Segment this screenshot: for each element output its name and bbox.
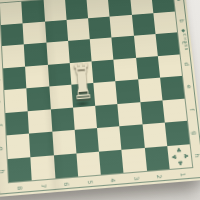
square-b5	[66, 18, 89, 41]
square-g5	[74, 128, 98, 153]
square-a4	[86, 0, 109, 18]
square-e5: ♜	[71, 83, 95, 107]
square-d6	[47, 63, 71, 87]
rank-label-bottom-1: 1	[176, 162, 188, 186]
square-g3	[120, 124, 145, 149]
square-f7	[28, 109, 52, 134]
square-e3	[116, 79, 140, 103]
square-g2	[142, 123, 167, 148]
square-f2	[140, 100, 165, 124]
square-f4	[95, 104, 119, 129]
square-d2	[136, 56, 160, 80]
square-b3	[110, 14, 134, 37]
rank-label-bottom-7: 7	[38, 173, 49, 198]
square-g7	[29, 132, 53, 157]
file-label-left-b: b	[0, 30, 7, 40]
square-c4	[90, 37, 114, 60]
club-glyph: ♣	[176, 147, 182, 154]
square-c7	[24, 43, 47, 67]
rank-label-bottom-6: 6	[61, 172, 72, 197]
square-a6	[43, 0, 66, 21]
square-e2	[138, 78, 162, 102]
square-g4	[97, 126, 122, 151]
rank-label-bottom-8: 8	[15, 175, 26, 200]
square-a5	[65, 0, 88, 19]
square-f6	[50, 107, 74, 132]
square-a7	[22, 0, 45, 23]
diamond-logo-icon: ◆	[181, 28, 185, 33]
file-label-left-f: f	[0, 119, 12, 130]
square-d7	[25, 64, 49, 88]
square-c2	[133, 34, 157, 57]
square-d3	[114, 57, 138, 81]
square-b4	[88, 16, 112, 39]
brand-mark: ◆ CHESS	[178, 28, 190, 52]
square-e6	[49, 85, 73, 109]
square-e7	[27, 86, 51, 110]
file-label-right-a: a	[168, 0, 191, 4]
square-e4	[93, 81, 117, 105]
file-label-right-d: d	[175, 59, 199, 70]
white-rook-piece: ♜	[70, 57, 95, 107]
square-c6	[46, 41, 70, 64]
square-d4	[92, 59, 116, 83]
file-label-left-g: g	[0, 142, 13, 153]
board-grid: ♜♣♣♣♣	[0, 0, 193, 183]
file-label-right-b: b	[170, 15, 193, 25]
square-b7	[23, 21, 46, 44]
file-label-right-e: e	[177, 81, 200, 92]
file-label-right-h: h	[185, 150, 200, 161]
square-b6	[45, 19, 68, 42]
square-g6	[52, 130, 76, 155]
table-cloth-background: ♜♣♣♣♣ abcdefgh abcdefgh 87654321 ◆ CHESS	[0, 0, 200, 200]
chess-board: ♜♣♣♣♣ abcdefgh abcdefgh 87654321 ◆ CHESS	[0, 0, 200, 197]
square-c3	[112, 36, 136, 59]
rank-label-bottom-5: 5	[84, 170, 95, 195]
square-f3	[118, 102, 143, 126]
brand-text: CHESS	[182, 34, 188, 52]
club-glyph: ♣	[171, 154, 178, 160]
square-b2	[131, 13, 155, 36]
file-label-right-f: f	[180, 104, 200, 115]
rank-label-bottom-4: 4	[107, 168, 118, 192]
rank-label-bottom-3: 3	[130, 166, 141, 190]
file-label-left-c: c	[0, 52, 8, 63]
file-label-right-g: g	[182, 127, 200, 138]
